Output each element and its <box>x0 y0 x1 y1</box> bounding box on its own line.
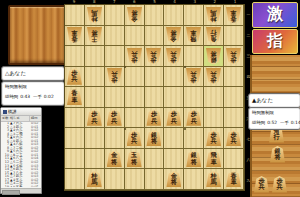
sente-piece-玉[interactable]: 玉将 <box>127 150 142 167</box>
square-1一[interactable]: 香車 <box>224 5 244 26</box>
piece-kanji: 兵 <box>91 118 97 125</box>
piece-kanji: 飛 <box>191 35 197 42</box>
square-9五[interactable]: 香車 <box>65 87 85 108</box>
piece-kanji: 車 <box>211 159 217 166</box>
piece-kanji: 兵 <box>171 118 177 125</box>
gekisashi-logo: 激 指 <box>252 2 298 54</box>
sente-piece-歩[interactable]: 歩兵 <box>166 109 181 126</box>
logo-tile-geki: 激 <box>252 2 298 28</box>
gote-time-panel: 時間無制限 総時間0:43一手0:02 <box>1 81 65 106</box>
piece-kanji: 兵 <box>211 138 217 145</box>
sente-time-totals: 総時間0:52一手0:14 <box>249 118 300 128</box>
gote-time-rule: 時間無制限 <box>2 82 64 92</box>
sente-player-panel: ▲あなた <box>248 93 300 108</box>
square-6七[interactable]: 歩兵 <box>125 128 145 149</box>
square-3八[interactable]: 銀将 <box>184 149 204 170</box>
gote-piece-桂[interactable]: 桂馬 <box>87 7 102 24</box>
shogi-board[interactable]: 桂馬金将桂馬香車香車王将金将飛車角行歩兵歩兵歩兵銀将歩兵歩兵歩兵歩兵歩兵香車歩兵… <box>64 4 245 191</box>
square-6六[interactable] <box>125 108 145 129</box>
square-7二[interactable] <box>105 26 125 47</box>
gote-piece-金[interactable]: 金将 <box>166 27 181 44</box>
square-1五[interactable] <box>224 87 244 108</box>
square-9一[interactable] <box>65 5 85 26</box>
piece-kanji: 将 <box>111 159 117 166</box>
square-2二[interactable]: 角行 <box>204 26 224 47</box>
square-4一[interactable] <box>164 5 184 26</box>
piece-kanji: 角 <box>211 35 217 42</box>
sente-piece-歩[interactable]: 歩兵 <box>107 109 122 126</box>
square-7三[interactable] <box>105 46 125 67</box>
square-8一[interactable]: 桂馬 <box>85 5 105 26</box>
square-6一[interactable]: 金将 <box>125 5 145 26</box>
square-1二[interactable] <box>224 26 244 47</box>
piece-kanji: 兵 <box>151 49 157 56</box>
square-3四[interactable]: 歩兵 <box>184 67 204 88</box>
square-7四[interactable]: 歩兵 <box>105 67 125 88</box>
kifu-col-move: 指し手 <box>10 116 29 121</box>
square-4八[interactable] <box>164 149 184 170</box>
piece-kanji: 王 <box>91 35 97 42</box>
gote-piece-角[interactable]: 角行 <box>206 27 221 44</box>
square-8七[interactable] <box>85 128 105 149</box>
rank-label-一: 一 <box>246 12 252 17</box>
sente-piece-歩[interactable]: 歩兵 <box>67 68 82 85</box>
square-1八[interactable] <box>224 149 244 170</box>
square-1七[interactable]: 歩兵 <box>224 128 244 149</box>
board-star-point <box>184 66 186 68</box>
gote-piece-香[interactable]: 香車 <box>226 7 241 24</box>
piece-kanji: 兵 <box>171 49 177 56</box>
square-4七[interactable] <box>164 128 184 149</box>
square-1九[interactable]: 香車 <box>224 169 244 190</box>
gote-piece-stand <box>8 5 66 65</box>
square-8四[interactable] <box>85 67 105 88</box>
kifu-title-text: 棋譜 <box>8 109 16 114</box>
square-5三[interactable]: 歩兵 <box>145 46 165 67</box>
square-2五[interactable] <box>204 87 224 108</box>
captured-piece-銀[interactable]: 銀将 <box>270 146 285 163</box>
square-5五[interactable] <box>145 87 165 108</box>
square-2七[interactable]: 歩兵 <box>204 128 224 149</box>
piece-kanji: 兵 <box>111 70 117 77</box>
piece-kanji: 将 <box>131 8 137 15</box>
kifu-move-number: 19 <box>1 186 10 187</box>
square-6四[interactable] <box>125 67 145 88</box>
piece-kanji: 将 <box>131 159 137 166</box>
square-8六[interactable]: 歩兵 <box>85 108 105 129</box>
board-star-point <box>184 128 186 130</box>
piece-kanji: 兵 <box>191 118 197 125</box>
gote-piece-歩[interactable]: 歩兵 <box>107 68 122 85</box>
piece-kanji: 将 <box>151 138 157 145</box>
square-8八[interactable] <box>85 149 105 170</box>
kifu-move-list[interactable]: 1▲７六歩0:022△３四歩0:013▲２六歩0:024△３二飛0:015▲９六… <box>1 122 41 187</box>
piece-kanji: 将 <box>171 179 177 186</box>
captured-piece-歩[interactable]: 歩兵 <box>254 176 269 193</box>
sente-player-label: ▲あなた <box>249 94 300 107</box>
piece-kanji: 兵 <box>276 184 282 191</box>
sente-time-panel: 時間無制限 総時間0:52一手0:14 <box>248 107 300 130</box>
piece-kanji: 兵 <box>71 76 77 83</box>
square-3五[interactable] <box>184 87 204 108</box>
sente-time-rule: 時間無制限 <box>249 108 300 118</box>
piece-kanji: 車 <box>71 97 77 104</box>
square-5八[interactable] <box>145 149 165 170</box>
square-4五[interactable] <box>164 87 184 108</box>
piece-kanji: 車 <box>230 8 236 15</box>
square-9四[interactable]: 歩兵 <box>65 67 85 88</box>
sente-piece-歩[interactable]: 歩兵 <box>87 109 102 126</box>
square-8五[interactable] <box>85 87 105 108</box>
sente-piece-金[interactable]: 金将 <box>166 171 181 188</box>
gote-piece-歩[interactable]: 歩兵 <box>206 68 221 85</box>
square-1六[interactable] <box>224 108 244 129</box>
kifu-horizontal-scrollbar[interactable] <box>1 188 41 193</box>
gote-piece-飛[interactable]: 飛車 <box>186 27 201 44</box>
square-7九[interactable] <box>105 169 125 190</box>
piece-kanji: 馬 <box>91 8 97 15</box>
shogi-app-window: △あなた 時間無制限 総時間0:43一手0:02 棋譜 手数 指し手 時間 1▲… <box>0 0 300 197</box>
square-6三[interactable]: 歩兵 <box>125 46 145 67</box>
piece-kanji: 将 <box>171 29 177 36</box>
kifu-col-time: 時間 <box>29 116 41 121</box>
square-1四[interactable] <box>224 67 244 88</box>
gote-piece-歩[interactable]: 歩兵 <box>186 68 201 85</box>
kifu-titlebar[interactable]: 棋譜 <box>1 108 41 116</box>
piece-kanji: 将 <box>211 49 217 56</box>
board-star-point <box>124 66 126 68</box>
square-6九[interactable] <box>125 169 145 190</box>
piece-kanji: 馬 <box>211 179 217 186</box>
sente-piece-銀[interactable]: 銀将 <box>146 130 161 147</box>
sente-piece-香[interactable]: 香車 <box>226 171 241 188</box>
kifu-scrollbar-thumb[interactable] <box>2 190 20 195</box>
piece-kanji: 兵 <box>151 118 157 125</box>
square-5四[interactable] <box>145 67 165 88</box>
kifu-col-number: 手数 <box>1 116 10 121</box>
square-9二[interactable]: 香車 <box>65 26 85 47</box>
piece-kanji: 馬 <box>91 179 97 186</box>
square-4四[interactable] <box>164 67 184 88</box>
piece-kanji: 兵 <box>258 184 264 191</box>
piece-kanji: 兵 <box>111 118 117 125</box>
kifu-window: 棋譜 手数 指し手 時間 1▲７六歩0:022△３四歩0:013▲２六歩0:02… <box>0 107 42 194</box>
sente-piece-歩[interactable]: 歩兵 <box>146 109 161 126</box>
square-7七[interactable] <box>105 128 125 149</box>
gote-piece-歩[interactable]: 歩兵 <box>166 48 181 65</box>
square-5六[interactable]: 歩兵 <box>145 108 165 129</box>
square-3六[interactable]: 歩兵 <box>184 108 204 129</box>
kifu-window-icon <box>3 110 7 114</box>
piece-kanji: 兵 <box>131 138 137 145</box>
gote-piece-桂[interactable]: 桂馬 <box>206 7 221 24</box>
piece-kanji: 車 <box>71 29 77 36</box>
piece-kanji: 将 <box>191 159 197 166</box>
gote-time-totals: 総時間0:43一手0:02 <box>2 92 64 102</box>
square-5九[interactable] <box>145 169 165 190</box>
square-8三[interactable] <box>85 46 105 67</box>
square-3九[interactable] <box>184 169 204 190</box>
kifu-move-time: 0:05 <box>31 186 41 187</box>
logo-tile-sashi: 指 <box>252 29 298 55</box>
gote-piece-王[interactable]: 王将 <box>87 27 102 44</box>
piece-kanji: 兵 <box>211 70 217 77</box>
piece-kanji: 車 <box>230 179 236 186</box>
gote-piece-歩[interactable]: 歩兵 <box>127 48 142 65</box>
square-4九[interactable]: 金将 <box>164 169 184 190</box>
gote-piece-歩[interactable]: 歩兵 <box>226 48 241 65</box>
piece-kanji: 馬 <box>211 8 217 15</box>
square-2八[interactable]: 飛車 <box>204 149 224 170</box>
square-7五[interactable] <box>105 87 125 108</box>
square-9三[interactable] <box>65 46 85 67</box>
sente-piece-金[interactable]: 金将 <box>107 150 122 167</box>
piece-kanji: 歩 <box>191 76 197 83</box>
piece-kanji: 兵 <box>191 70 197 77</box>
square-9八[interactable] <box>65 149 85 170</box>
kifu-move-text: ▲９五香 <box>10 186 31 187</box>
gote-piece-金[interactable]: 金将 <box>127 7 142 24</box>
gote-player-label: △あなた <box>2 67 64 80</box>
sente-piece-歩[interactable]: 歩兵 <box>206 130 221 147</box>
square-4六[interactable]: 歩兵 <box>164 108 184 129</box>
gote-player-panel: △あなた <box>1 66 65 81</box>
captured-piece-歩[interactable]: 歩兵 <box>272 176 287 193</box>
piece-kanji: 車 <box>191 29 197 36</box>
square-5一[interactable] <box>145 5 165 26</box>
square-2六[interactable] <box>204 108 224 129</box>
piece-kanji: 兵 <box>230 138 236 145</box>
piece-kanji: 行 <box>211 29 217 36</box>
square-5二[interactable] <box>145 26 165 47</box>
gote-piece-香[interactable]: 香車 <box>67 27 82 44</box>
sente-piece-銀[interactable]: 銀将 <box>186 150 201 167</box>
piece-kanji: 兵 <box>131 49 137 56</box>
square-4三[interactable]: 歩兵 <box>164 46 184 67</box>
sente-piece-歩[interactable]: 歩兵 <box>127 130 142 147</box>
square-4二[interactable]: 金将 <box>164 26 184 47</box>
gote-piece-銀[interactable]: 銀将 <box>206 48 221 65</box>
square-8九[interactable]: 桂馬 <box>85 169 105 190</box>
square-7八[interactable]: 金将 <box>105 149 125 170</box>
sente-piece-香[interactable]: 香車 <box>67 89 82 106</box>
square-9六[interactable] <box>65 108 85 129</box>
piece-kanji: 歩 <box>211 76 217 83</box>
board-star-point <box>124 128 126 130</box>
piece-kanji: 香 <box>71 35 77 42</box>
piece-kanji: 兵 <box>230 49 236 56</box>
square-2一[interactable]: 桂馬 <box>204 5 224 26</box>
square-9七[interactable] <box>65 128 85 149</box>
sente-piece-飛[interactable]: 飛車 <box>206 150 221 167</box>
square-3七[interactable] <box>184 128 204 149</box>
piece-kanji: 将 <box>91 29 97 36</box>
square-9九[interactable] <box>65 169 85 190</box>
square-6五[interactable] <box>125 87 145 108</box>
kifu-row[interactable]: 19▲９五香0:05 <box>1 186 41 187</box>
square-5七[interactable]: 銀将 <box>145 128 165 149</box>
gote-piece-歩[interactable]: 歩兵 <box>146 48 161 65</box>
square-7六[interactable]: 歩兵 <box>105 108 125 129</box>
square-6二[interactable] <box>125 26 145 47</box>
piece-kanji: 金 <box>171 35 177 42</box>
piece-kanji: 将 <box>274 154 280 161</box>
square-7一[interactable] <box>105 5 125 26</box>
square-6八[interactable]: 玉将 <box>125 149 145 170</box>
rank-label-二: 二 <box>246 33 252 38</box>
square-2三[interactable]: 銀将 <box>204 46 224 67</box>
sente-piece-桂[interactable]: 桂馬 <box>87 171 102 188</box>
square-3三[interactable] <box>184 46 204 67</box>
piece-kanji: 歩 <box>111 76 117 83</box>
piece-kanji: 行 <box>273 134 279 141</box>
sente-piece-歩[interactable]: 歩兵 <box>186 109 201 126</box>
square-2四[interactable]: 歩兵 <box>204 67 224 88</box>
square-3一[interactable] <box>184 5 204 26</box>
sente-piece-歩[interactable]: 歩兵 <box>226 130 241 147</box>
square-1三[interactable]: 歩兵 <box>224 46 244 67</box>
sente-piece-桂[interactable]: 桂馬 <box>206 171 221 188</box>
square-2九[interactable]: 桂馬 <box>204 169 224 190</box>
square-8二[interactable]: 王将 <box>85 26 105 47</box>
square-3二[interactable]: 飛車 <box>184 26 204 47</box>
